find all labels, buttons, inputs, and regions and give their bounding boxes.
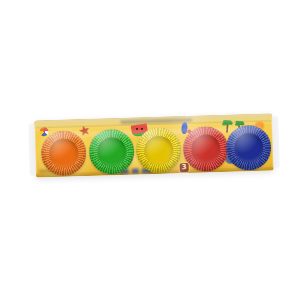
lid-blue-center (233, 132, 264, 163)
shrink-wrapped-box: ★ (34, 113, 274, 177)
age-badge: 3 (180, 163, 189, 172)
lid-red-center (190, 134, 221, 165)
lid-green-center (96, 136, 127, 167)
shrinkwrap-right-edge (271, 116, 280, 168)
lid-orange-center (48, 138, 79, 169)
lid-yellow-center (143, 135, 174, 166)
box-front-face: ★ (34, 113, 274, 177)
product-photo: ★ (0, 0, 300, 300)
